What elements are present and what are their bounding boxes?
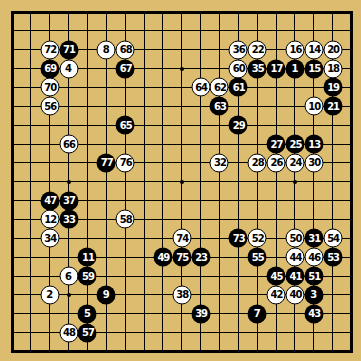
go-board[interactable]: 1234567891011121314151617181920212223242…	[0, 0, 361, 361]
move-number: 61	[233, 82, 245, 92]
stone-white-36: 36	[229, 40, 248, 59]
stone-white-40: 40	[285, 285, 304, 304]
go-kifu-diagram: 1234567891011121314151617181920212223242…	[0, 0, 361, 361]
stone-black-55: 55	[248, 248, 267, 267]
move-number: 71	[63, 45, 75, 55]
move-number: 4	[65, 64, 72, 74]
stone-black-51: 51	[304, 267, 323, 286]
move-number: 21	[327, 101, 339, 111]
move-number: 14	[308, 45, 320, 55]
stone-black-15: 15	[304, 59, 323, 78]
stone-black-73: 73	[229, 229, 248, 248]
move-number: 66	[63, 139, 75, 149]
stone-black-59: 59	[78, 267, 97, 286]
stone-black-43: 43	[304, 304, 323, 323]
stone-white-42: 42	[267, 285, 286, 304]
move-number: 57	[82, 328, 94, 338]
star-point	[180, 180, 184, 184]
stone-black-39: 39	[191, 304, 210, 323]
move-number: 32	[214, 158, 226, 168]
stone-black-57: 57	[78, 323, 97, 342]
move-number: 50	[289, 233, 301, 243]
stone-black-61: 61	[229, 78, 248, 97]
move-number: 37	[63, 196, 75, 206]
move-number: 28	[252, 158, 264, 168]
stone-white-60: 60	[229, 59, 248, 78]
move-number: 46	[308, 252, 320, 262]
move-number: 72	[44, 45, 56, 55]
move-number: 7	[254, 309, 261, 319]
stone-black-33: 33	[59, 210, 78, 229]
stone-black-67: 67	[116, 59, 135, 78]
star-point	[180, 67, 184, 71]
stone-black-77: 77	[97, 153, 116, 172]
move-number: 2	[46, 290, 53, 300]
stone-white-50: 50	[285, 229, 304, 248]
stone-white-56: 56	[40, 97, 59, 116]
move-number: 74	[176, 233, 188, 243]
star-point	[67, 293, 71, 297]
move-number: 8	[103, 45, 110, 55]
move-number: 34	[44, 233, 56, 243]
stone-white-66: 66	[59, 135, 78, 154]
move-number: 38	[176, 290, 188, 300]
move-number: 64	[195, 82, 207, 92]
stone-white-26: 26	[267, 153, 286, 172]
move-number: 6	[65, 271, 72, 281]
move-number: 67	[120, 64, 132, 74]
star-point	[67, 180, 71, 184]
stone-black-35: 35	[248, 59, 267, 78]
move-number: 65	[120, 120, 132, 130]
stone-white-24: 24	[285, 153, 304, 172]
stone-white-34: 34	[40, 229, 59, 248]
move-number: 52	[252, 233, 264, 243]
star-point	[293, 180, 297, 184]
stone-white-58: 58	[116, 210, 135, 229]
stone-white-38: 38	[172, 285, 191, 304]
stone-black-11: 11	[78, 248, 97, 267]
move-number: 69	[44, 64, 56, 74]
stone-white-74: 74	[172, 229, 191, 248]
stone-white-18: 18	[323, 59, 342, 78]
move-number: 77	[101, 158, 113, 168]
move-number: 22	[252, 45, 264, 55]
stone-black-9: 9	[97, 285, 116, 304]
move-number: 25	[289, 139, 301, 149]
stone-white-70: 70	[40, 78, 59, 97]
stone-white-54: 54	[323, 229, 342, 248]
stone-black-27: 27	[267, 135, 286, 154]
move-number: 15	[308, 64, 320, 74]
move-number: 9	[103, 290, 110, 300]
stone-white-76: 76	[116, 153, 135, 172]
stone-black-5: 5	[78, 304, 97, 323]
move-number: 76	[120, 158, 132, 168]
move-number: 20	[327, 45, 339, 55]
stone-white-10: 10	[304, 97, 323, 116]
move-number: 24	[289, 158, 301, 168]
stone-black-17: 17	[267, 59, 286, 78]
stone-white-44: 44	[285, 248, 304, 267]
stone-white-6: 6	[59, 267, 78, 286]
stone-white-12: 12	[40, 210, 59, 229]
stone-black-29: 29	[229, 116, 248, 135]
stone-white-72: 72	[40, 40, 59, 59]
move-number: 12	[44, 214, 56, 224]
stone-black-1: 1	[285, 59, 304, 78]
stone-black-3: 3	[304, 285, 323, 304]
move-number: 17	[271, 64, 283, 74]
stone-black-47: 47	[40, 191, 59, 210]
stone-white-68: 68	[116, 40, 135, 59]
move-number: 31	[308, 233, 320, 243]
move-number: 54	[327, 233, 339, 243]
stone-white-64: 64	[191, 78, 210, 97]
stone-white-20: 20	[323, 40, 342, 59]
stone-black-13: 13	[304, 135, 323, 154]
stone-black-19: 19	[323, 78, 342, 97]
move-number: 1	[291, 64, 298, 74]
move-number: 40	[289, 290, 301, 300]
stone-black-21: 21	[323, 97, 342, 116]
move-number: 30	[308, 158, 320, 168]
move-number: 5	[84, 309, 91, 319]
move-number: 48	[63, 328, 75, 338]
stone-black-23: 23	[191, 248, 210, 267]
move-number: 59	[82, 271, 94, 281]
move-number: 58	[120, 214, 132, 224]
move-number: 41	[289, 271, 301, 281]
stone-white-28: 28	[248, 153, 267, 172]
move-number: 16	[289, 45, 301, 55]
stone-white-62: 62	[210, 78, 229, 97]
move-number: 11	[82, 252, 94, 262]
stone-black-25: 25	[285, 135, 304, 154]
stone-black-49: 49	[153, 248, 172, 267]
stone-black-71: 71	[59, 40, 78, 59]
stone-white-30: 30	[304, 153, 323, 172]
move-number: 33	[63, 214, 75, 224]
stone-white-8: 8	[97, 40, 116, 59]
move-number: 60	[233, 64, 245, 74]
move-number: 3	[310, 290, 317, 300]
move-number: 49	[157, 252, 169, 262]
move-number: 42	[271, 290, 283, 300]
move-number: 70	[44, 82, 56, 92]
move-number: 27	[271, 139, 283, 149]
move-number: 39	[195, 309, 207, 319]
move-number: 63	[214, 101, 226, 111]
move-number: 19	[327, 82, 339, 92]
move-number: 45	[271, 271, 283, 281]
move-number: 23	[195, 252, 207, 262]
move-number: 26	[271, 158, 283, 168]
move-number: 43	[308, 309, 320, 319]
stone-black-65: 65	[116, 116, 135, 135]
move-number: 18	[327, 64, 339, 74]
stone-white-46: 46	[304, 248, 323, 267]
move-number: 68	[120, 45, 132, 55]
stone-white-16: 16	[285, 40, 304, 59]
move-number: 29	[233, 120, 245, 130]
stone-black-75: 75	[172, 248, 191, 267]
move-number: 55	[252, 252, 264, 262]
stone-white-14: 14	[304, 40, 323, 59]
move-number: 35	[252, 64, 264, 74]
move-number: 51	[308, 271, 320, 281]
stone-white-52: 52	[248, 229, 267, 248]
move-number: 47	[44, 196, 56, 206]
move-number: 36	[233, 45, 245, 55]
stone-white-48: 48	[59, 323, 78, 342]
stone-white-2: 2	[40, 285, 59, 304]
move-number: 53	[327, 252, 339, 262]
stone-black-45: 45	[267, 267, 286, 286]
stone-black-37: 37	[59, 191, 78, 210]
stone-white-4: 4	[59, 59, 78, 78]
move-number: 75	[176, 252, 188, 262]
move-number: 73	[233, 233, 245, 243]
move-number: 56	[44, 101, 56, 111]
stone-black-69: 69	[40, 59, 59, 78]
stone-black-63: 63	[210, 97, 229, 116]
stone-black-31: 31	[304, 229, 323, 248]
stone-white-22: 22	[248, 40, 267, 59]
stone-black-41: 41	[285, 267, 304, 286]
move-number: 10	[308, 101, 320, 111]
move-number: 44	[289, 252, 301, 262]
stone-black-53: 53	[323, 248, 342, 267]
stone-white-32: 32	[210, 153, 229, 172]
move-number: 62	[214, 82, 226, 92]
stone-black-7: 7	[248, 304, 267, 323]
move-number: 13	[308, 139, 320, 149]
